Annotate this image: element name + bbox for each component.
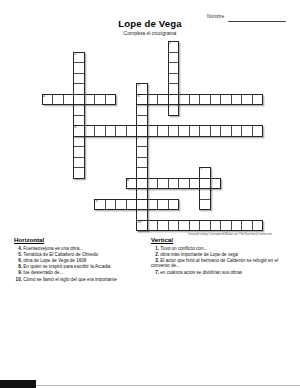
clue-item-number: 9. (14, 270, 22, 275)
clue-number: 1 (169, 42, 171, 46)
down-clues-header: Vertical (151, 236, 297, 243)
clue-item: 10. Cómo se llamó el siglo del que era i… (14, 277, 148, 282)
clue-item-number: 4. (14, 246, 22, 251)
clue-number: 9 (96, 200, 98, 204)
clue-item: 7. en cuántos actos se dividirían sus ob… (151, 270, 297, 275)
across-clues-header: Horizontal (14, 236, 148, 243)
grid-cell[interactable] (252, 125, 264, 137)
worksheet-page: Nombre Lope de Vega Completa el crucigra… (0, 0, 300, 388)
clue-item: 9. fue desterrado de... (14, 270, 148, 275)
across-clues-list: 4. Fuenteovejuna es una obra...5. Temáti… (14, 246, 148, 282)
clue-item-number: 10. (14, 277, 22, 282)
grid-cell[interactable] (210, 178, 222, 190)
scan-artifact-line (0, 385, 300, 386)
grid-cell[interactable] (252, 94, 264, 106)
clue-number: 4 (43, 95, 45, 99)
page-subtitle: Completa el crucigrama (0, 30, 300, 36)
clue-number: 6 (75, 126, 77, 130)
clue-item-number: 1. (151, 246, 159, 251)
clue-item-number: 6. (14, 258, 22, 263)
clue-number: 10 (138, 221, 142, 225)
down-clues-list: 1. Tuvo un conflicto con...2. obra más i… (151, 246, 297, 275)
clue-item: 3. El actor que hirió al hermano de Cald… (151, 258, 297, 269)
grid-cell[interactable] (199, 199, 211, 211)
grid-cell[interactable] (73, 167, 85, 179)
credit-line: Created using Crossword Maker on TheTeac… (170, 232, 272, 236)
clue-number: 2 (75, 53, 77, 57)
grid-cell[interactable] (168, 199, 180, 211)
clue-item: 4. Fuenteovejuna es una obra... (14, 246, 148, 251)
clue-item-number: 5. (14, 252, 22, 257)
across-clues-section: Horizontal 4. Fuenteovejuna es una obra.… (14, 236, 148, 283)
clue-item: 6. obra de Lope de Vega de 1608 (14, 258, 148, 263)
clue-item: 2. obra más importante de Lope de vega (151, 252, 297, 257)
grid-cell[interactable] (105, 94, 117, 106)
clue-number: 5 (138, 95, 140, 99)
clue-number: 7 (201, 168, 203, 172)
clue-item-number: 2. (151, 252, 159, 257)
scan-artifact-block (0, 380, 36, 388)
crossword-board: 12345678910 (42, 41, 264, 231)
down-clues-section: Vertical 1. Tuvo un conflicto con...2. o… (151, 236, 297, 276)
clue-item: 1. Tuvo un conflicto con... (151, 246, 297, 251)
clue-number: 3 (138, 84, 140, 88)
clue-item-number: 8. (14, 264, 22, 269)
grid-cell[interactable] (168, 104, 180, 116)
clue-item: 5. Temática de El Caballero de Olmedo (14, 252, 148, 257)
clue-item-number: 7. (151, 270, 159, 275)
page-title: Lope de Vega (0, 18, 300, 29)
grid-cell[interactable] (252, 220, 264, 232)
clue-number: 8 (127, 179, 129, 183)
clue-item: 8. En quién se inspiró para escribir la … (14, 264, 148, 269)
clue-item-number: 3. (151, 258, 159, 263)
